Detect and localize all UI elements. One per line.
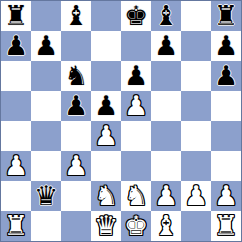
square-h2[interactable]: ♟ xyxy=(211,181,241,211)
square-f2[interactable]: ♟ xyxy=(151,181,181,211)
square-e1[interactable]: ♚ xyxy=(121,211,151,241)
square-b7[interactable]: ♟ xyxy=(31,31,61,61)
square-f3[interactable] xyxy=(151,151,181,181)
square-f6[interactable] xyxy=(151,61,181,91)
square-f7[interactable]: ♟ xyxy=(151,31,181,61)
piece-black-pawn[interactable]: ♟ xyxy=(64,91,88,121)
piece-black-king[interactable]: ♚ xyxy=(124,1,148,31)
square-g5[interactable] xyxy=(181,91,211,121)
square-e2[interactable]: ♞ xyxy=(121,181,151,211)
piece-black-pawn[interactable]: ♟ xyxy=(4,31,28,61)
piece-black-rook[interactable]: ♜ xyxy=(214,1,238,31)
square-d4[interactable]: ♟ xyxy=(91,121,121,151)
piece-white-rook[interactable]: ♜ xyxy=(214,211,238,241)
square-f4[interactable] xyxy=(151,121,181,151)
chess-board: ♜♝♚♝♜♟♟♟♟♞♟♟♟♟♟♟♟♟♛♞♞♟♟♟♜♛♚♝♜ xyxy=(0,0,242,242)
piece-white-pawn[interactable]: ♟ xyxy=(64,151,88,181)
square-a7[interactable]: ♟ xyxy=(1,31,31,61)
piece-white-knight[interactable]: ♞ xyxy=(124,181,148,211)
square-d8[interactable] xyxy=(91,1,121,31)
square-h8[interactable]: ♜ xyxy=(211,1,241,31)
square-g2[interactable]: ♟ xyxy=(181,181,211,211)
square-h1[interactable]: ♜ xyxy=(211,211,241,241)
square-h5[interactable] xyxy=(211,91,241,121)
piece-white-king[interactable]: ♚ xyxy=(124,211,148,241)
square-d7[interactable] xyxy=(91,31,121,61)
piece-white-knight[interactable]: ♞ xyxy=(94,181,118,211)
piece-black-pawn[interactable]: ♟ xyxy=(124,61,148,91)
square-c5[interactable]: ♟ xyxy=(61,91,91,121)
piece-black-queen[interactable]: ♛ xyxy=(34,181,58,211)
piece-black-pawn[interactable]: ♟ xyxy=(214,31,238,61)
piece-white-pawn[interactable]: ♟ xyxy=(124,91,148,121)
piece-white-pawn[interactable]: ♟ xyxy=(184,181,208,211)
square-g6[interactable] xyxy=(181,61,211,91)
square-c7[interactable] xyxy=(61,31,91,61)
square-h3[interactable] xyxy=(211,151,241,181)
square-b4[interactable] xyxy=(31,121,61,151)
square-g1[interactable] xyxy=(181,211,211,241)
piece-black-knight[interactable]: ♞ xyxy=(64,61,88,91)
piece-white-bishop[interactable]: ♝ xyxy=(154,211,178,241)
square-e7[interactable] xyxy=(121,31,151,61)
square-e3[interactable] xyxy=(121,151,151,181)
piece-black-pawn[interactable]: ♟ xyxy=(94,91,118,121)
square-d6[interactable] xyxy=(91,61,121,91)
square-a6[interactable] xyxy=(1,61,31,91)
square-a8[interactable]: ♜ xyxy=(1,1,31,31)
square-a2[interactable] xyxy=(1,181,31,211)
piece-white-rook[interactable]: ♜ xyxy=(4,211,28,241)
piece-white-pawn[interactable]: ♟ xyxy=(154,181,178,211)
square-g7[interactable] xyxy=(181,31,211,61)
square-e5[interactable]: ♟ xyxy=(121,91,151,121)
square-b6[interactable] xyxy=(31,61,61,91)
piece-black-pawn[interactable]: ♟ xyxy=(154,31,178,61)
square-c1[interactable] xyxy=(61,211,91,241)
square-d1[interactable]: ♛ xyxy=(91,211,121,241)
square-d3[interactable] xyxy=(91,151,121,181)
piece-black-pawn[interactable]: ♟ xyxy=(34,31,58,61)
square-g4[interactable] xyxy=(181,121,211,151)
square-f8[interactable]: ♝ xyxy=(151,1,181,31)
square-e6[interactable]: ♟ xyxy=(121,61,151,91)
square-h6[interactable]: ♟ xyxy=(211,61,241,91)
piece-white-pawn[interactable]: ♟ xyxy=(4,151,28,181)
square-c8[interactable]: ♝ xyxy=(61,1,91,31)
piece-black-bishop[interactable]: ♝ xyxy=(154,1,178,31)
square-f5[interactable] xyxy=(151,91,181,121)
square-a3[interactable]: ♟ xyxy=(1,151,31,181)
square-h4[interactable] xyxy=(211,121,241,151)
piece-black-rook[interactable]: ♜ xyxy=(4,1,28,31)
square-c6[interactable]: ♞ xyxy=(61,61,91,91)
square-a5[interactable] xyxy=(1,91,31,121)
piece-white-queen[interactable]: ♛ xyxy=(94,211,118,241)
piece-white-pawn[interactable]: ♟ xyxy=(94,121,118,151)
square-b5[interactable] xyxy=(31,91,61,121)
square-g3[interactable] xyxy=(181,151,211,181)
square-b8[interactable] xyxy=(31,1,61,31)
square-d2[interactable]: ♞ xyxy=(91,181,121,211)
square-b3[interactable] xyxy=(31,151,61,181)
square-c4[interactable] xyxy=(61,121,91,151)
square-c3[interactable]: ♟ xyxy=(61,151,91,181)
square-b2[interactable]: ♛ xyxy=(31,181,61,211)
square-a4[interactable] xyxy=(1,121,31,151)
piece-black-pawn[interactable]: ♟ xyxy=(214,61,238,91)
square-c2[interactable] xyxy=(61,181,91,211)
square-e8[interactable]: ♚ xyxy=(121,1,151,31)
piece-black-bishop[interactable]: ♝ xyxy=(64,1,88,31)
square-h7[interactable]: ♟ xyxy=(211,31,241,61)
square-a1[interactable]: ♜ xyxy=(1,211,31,241)
square-d5[interactable]: ♟ xyxy=(91,91,121,121)
square-g8[interactable] xyxy=(181,1,211,31)
square-e4[interactable] xyxy=(121,121,151,151)
piece-white-pawn[interactable]: ♟ xyxy=(214,181,238,211)
square-f1[interactable]: ♝ xyxy=(151,211,181,241)
square-b1[interactable] xyxy=(31,211,61,241)
